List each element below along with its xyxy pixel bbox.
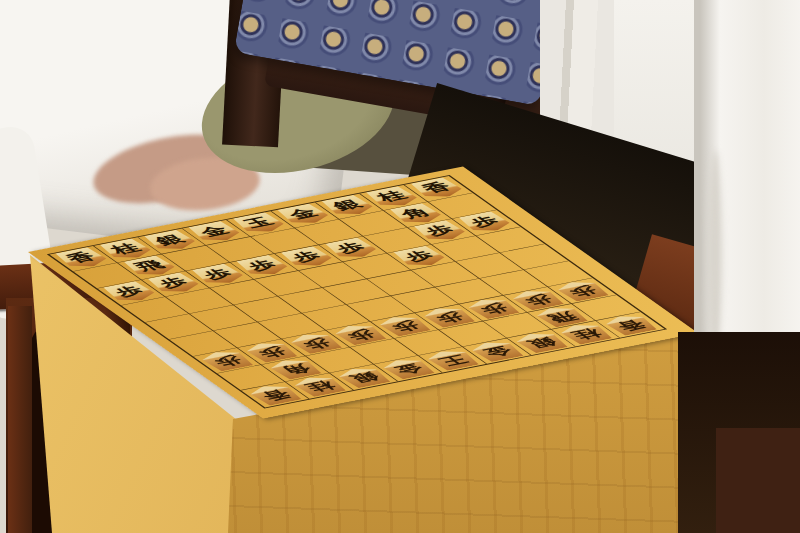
- piece-kanji: 歩: [401, 249, 437, 263]
- piece-kanji: 歩: [288, 249, 324, 263]
- piece-kanji: 歩: [466, 214, 502, 228]
- piece-kanji: 歩: [476, 302, 512, 316]
- piece-kanji: 歩: [298, 337, 334, 351]
- piece-kanji: 香: [63, 250, 99, 264]
- floor-wood: [716, 428, 800, 533]
- piece-kanji: 飛: [544, 310, 580, 324]
- piece-kanji: 銀: [151, 233, 187, 247]
- piece-kanji: 歩: [155, 275, 191, 289]
- piece-kanji: 銀: [329, 198, 365, 212]
- piece-kanji: 桂: [373, 189, 409, 203]
- piece-kanji: 銀: [524, 336, 560, 350]
- piece-kanji: 歩: [199, 267, 235, 281]
- piece-kanji: 歩: [254, 346, 290, 360]
- piece-kanji: 桂: [302, 380, 338, 394]
- piece-kanji: 王: [435, 354, 471, 368]
- piece-kanji: 歩: [110, 284, 146, 298]
- piece-kanji: 金: [284, 207, 320, 221]
- piece-kanji: 歩: [565, 285, 601, 299]
- piece-kanji: 金: [196, 224, 232, 238]
- piece-kanji: 桂: [568, 328, 604, 342]
- piece-kanji: 歩: [421, 223, 457, 237]
- piece-kanji: 角: [397, 206, 433, 220]
- piece-kanji: 金: [480, 345, 516, 359]
- piece-kanji: 歩: [210, 354, 246, 368]
- piece-kanji: 香: [613, 319, 649, 333]
- piece-kanji: 金: [391, 362, 427, 376]
- piece-kanji: 歩: [520, 293, 556, 307]
- piece-kanji: 角: [278, 363, 314, 377]
- piece-kanji: 香: [418, 180, 454, 194]
- kimono-crease: [708, 150, 722, 360]
- piece-kanji: 歩: [387, 320, 423, 334]
- piece-kanji: 歩: [244, 258, 280, 272]
- piece-kanji: 玉: [240, 215, 276, 229]
- piece-kanji: 歩: [343, 328, 379, 342]
- piece-kanji: 香: [258, 389, 294, 403]
- piece-kanji: 銀: [347, 371, 383, 385]
- piece-kanji: 歩: [332, 241, 368, 255]
- komadai-leg: [8, 306, 32, 533]
- piece-kanji: 桂: [107, 241, 143, 255]
- shogi-game-photo: 香桂銀金玉金銀桂香飛角歩歩歩歩歩歩歩歩歩歩歩歩歩歩歩歩歩歩角飛香桂銀金王金銀桂香: [0, 0, 800, 533]
- piece-kanji: 歩: [431, 311, 467, 325]
- piece-kanji: 飛: [131, 258, 167, 272]
